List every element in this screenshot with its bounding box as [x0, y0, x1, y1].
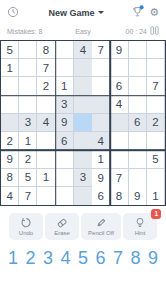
sudoku-cell[interactable]: [74, 96, 92, 114]
sudoku-cell[interactable]: [74, 132, 92, 150]
sudoku-cell[interactable]: 7: [110, 169, 128, 187]
sudoku-cell[interactable]: [147, 59, 165, 77]
sudoku-app: New Game ⚙ Mistakes: 8 Easy 00 : 24: [0, 0, 166, 296]
sudoku-cell[interactable]: [147, 132, 165, 150]
erase-button[interactable]: Erase: [45, 213, 79, 240]
sudoku-cell[interactable]: 2: [19, 150, 37, 168]
sudoku-cell[interactable]: [1, 114, 19, 132]
sudoku-cell[interactable]: 8: [110, 187, 128, 205]
sudoku-cell[interactable]: 3: [74, 169, 92, 187]
numpad-digit-9[interactable]: 9: [148, 248, 158, 270]
header-title: New Game: [48, 8, 94, 18]
sudoku-cell[interactable]: [37, 132, 55, 150]
sudoku-cell[interactable]: 4: [37, 114, 55, 132]
sudoku-cell[interactable]: 2: [37, 77, 55, 95]
sudoku-cell[interactable]: [129, 150, 147, 168]
pause-icon[interactable]: [150, 26, 159, 36]
sudoku-cell[interactable]: 7: [92, 41, 110, 59]
sudoku-cell[interactable]: [74, 59, 92, 77]
sudoku-cell[interactable]: 3: [56, 96, 74, 114]
new-game-dropdown[interactable]: New Game: [29, 8, 123, 18]
sudoku-cell[interactable]: [92, 96, 110, 114]
sudoku-cell[interactable]: 4: [92, 132, 110, 150]
sudoku-cell[interactable]: [92, 59, 110, 77]
sudoku-cell[interactable]: [129, 77, 147, 95]
numpad-digit-5[interactable]: 5: [78, 248, 88, 270]
hint-badge: 1: [151, 209, 161, 219]
sudoku-cell[interactable]: [74, 150, 92, 168]
sudoku-cell[interactable]: 9: [92, 169, 110, 187]
trophy-icon[interactable]: [131, 4, 144, 22]
sudoku-cell[interactable]: [129, 169, 147, 187]
sudoku-cell[interactable]: 4: [74, 41, 92, 59]
erase-label: Erase: [54, 230, 70, 236]
sudoku-cell[interactable]: [37, 96, 55, 114]
sudoku-cell[interactable]: [74, 187, 92, 205]
sudoku-cell[interactable]: 9: [1, 150, 19, 168]
sudoku-cell[interactable]: [147, 41, 165, 59]
numpad-digit-2[interactable]: 2: [25, 248, 35, 270]
sudoku-cell[interactable]: 2: [147, 114, 165, 132]
hint-label: Hint: [135, 230, 146, 236]
bulb-icon: [134, 217, 146, 229]
header: New Game ⚙: [0, 0, 166, 22]
sudoku-cell[interactable]: 1: [92, 150, 110, 168]
sudoku-cell[interactable]: 7: [147, 77, 165, 95]
undo-icon: [20, 217, 32, 229]
sudoku-cell[interactable]: [56, 169, 74, 187]
pencil-label: Pencil Off: [88, 230, 114, 236]
sudoku-cell[interactable]: [110, 114, 128, 132]
sudoku-cell[interactable]: [110, 150, 128, 168]
sudoku-cell[interactable]: [92, 114, 110, 132]
sudoku-cell[interactable]: 4: [1, 187, 19, 205]
sudoku-board: 58479172167343496221649215851397476891: [0, 40, 166, 206]
sudoku-cell[interactable]: [147, 96, 165, 114]
numpad-digit-4[interactable]: 4: [60, 248, 70, 270]
sudoku-cell[interactable]: 6: [56, 132, 74, 150]
sudoku-cell[interactable]: 1: [1, 59, 19, 77]
pencil-icon: [95, 217, 107, 229]
numpad-digit-7[interactable]: 7: [113, 248, 123, 270]
sudoku-cell[interactable]: 6: [92, 187, 110, 205]
sudoku-cell[interactable]: [1, 77, 19, 95]
status-bar: Mistakes: 8 Easy 00 : 24: [0, 22, 166, 38]
sudoku-cell[interactable]: [110, 59, 128, 77]
sudoku-cell[interactable]: [56, 59, 74, 77]
gear-icon[interactable]: ⚙: [149, 7, 159, 18]
sudoku-cell[interactable]: 9: [110, 41, 128, 59]
sudoku-cell[interactable]: [129, 132, 147, 150]
sudoku-cell[interactable]: 4: [110, 96, 128, 114]
sudoku-cell[interactable]: 7: [37, 59, 55, 77]
numpad-digit-8[interactable]: 8: [130, 248, 140, 270]
sudoku-cell[interactable]: 1: [19, 132, 37, 150]
sudoku-cell[interactable]: 6: [110, 77, 128, 95]
sudoku-cell[interactable]: [56, 187, 74, 205]
mistakes-counter: Mistakes: 8: [7, 28, 58, 35]
sudoku-cell[interactable]: 5: [147, 150, 165, 168]
sudoku-cell[interactable]: 6: [129, 114, 147, 132]
sudoku-cell[interactable]: [92, 77, 110, 95]
numpad-digit-6[interactable]: 6: [95, 248, 105, 270]
sudoku-cell[interactable]: [129, 41, 147, 59]
sudoku-cell[interactable]: 5: [1, 41, 19, 59]
sudoku-cell[interactable]: [19, 59, 37, 77]
sudoku-cell[interactable]: [1, 96, 19, 114]
eraser-icon: [56, 217, 68, 229]
timer: 00 : 24: [126, 28, 147, 35]
sudoku-cell[interactable]: [129, 96, 147, 114]
sudoku-cell[interactable]: [19, 96, 37, 114]
hint-button[interactable]: 1 Hint: [123, 213, 157, 240]
sudoku-cell[interactable]: 9: [129, 187, 147, 205]
number-pad: 1 2 3 4 5 6 7 8 9: [0, 248, 166, 270]
sudoku-cell[interactable]: 8: [37, 41, 55, 59]
chevron-down-icon: [98, 11, 104, 14]
sudoku-cell[interactable]: 1: [37, 169, 55, 187]
undo-button[interactable]: Undo: [9, 213, 43, 240]
sudoku-cell[interactable]: 1: [147, 187, 165, 205]
undo-label: Undo: [19, 230, 33, 236]
difficulty-label: Easy: [58, 28, 109, 35]
sudoku-cell[interactable]: 8: [1, 169, 19, 187]
sudoku-cell[interactable]: 1: [56, 77, 74, 95]
sudoku-cell[interactable]: [37, 150, 55, 168]
sudoku-cell[interactable]: [74, 77, 92, 95]
sudoku-cell[interactable]: [74, 114, 92, 132]
sudoku-cell[interactable]: 2: [1, 132, 19, 150]
sudoku-cell[interactable]: [56, 41, 74, 59]
numpad-digit-3[interactable]: 3: [43, 248, 53, 270]
clock-icon[interactable]: [7, 4, 19, 22]
numpad-digit-1[interactable]: 1: [8, 248, 18, 270]
sudoku-cell[interactable]: 5: [19, 169, 37, 187]
sudoku-cell[interactable]: [147, 169, 165, 187]
sudoku-cell[interactable]: [19, 77, 37, 95]
pencil-button[interactable]: Pencil Off: [81, 213, 121, 240]
sudoku-cell[interactable]: 3: [19, 114, 37, 132]
sudoku-cell[interactable]: 7: [19, 187, 37, 205]
sudoku-cell[interactable]: [56, 150, 74, 168]
toolbar: Undo Erase: [0, 213, 166, 240]
sudoku-cell[interactable]: [37, 187, 55, 205]
sudoku-cell[interactable]: [19, 41, 37, 59]
sudoku-cell[interactable]: [110, 132, 128, 150]
sudoku-cell[interactable]: 9: [56, 114, 74, 132]
sudoku-cell[interactable]: [129, 59, 147, 77]
